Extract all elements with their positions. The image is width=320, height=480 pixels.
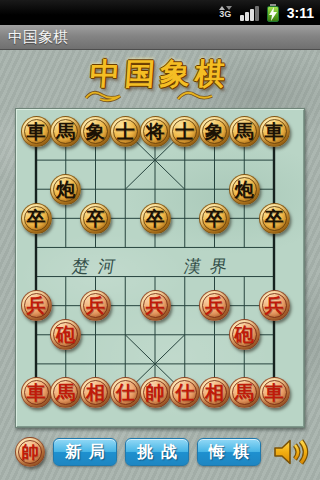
game-banner: 中国象棋 <box>0 54 320 102</box>
network-label: 3G <box>219 10 231 19</box>
piece-red-r6c2[interactable]: 兵 <box>80 290 111 321</box>
piece-glyph: 卒 <box>86 209 105 228</box>
xiangqi-board[interactable]: 楚河 漢界 車馬象士将士象馬車炮炮卒卒卒卒卒兵兵兵兵兵砲砲車馬相仕帥仕相馬車 <box>15 108 305 428</box>
piece-black-r0c3[interactable]: 士 <box>110 116 141 147</box>
challenge-button[interactable]: 挑战 <box>125 438 189 466</box>
piece-glyph: 兵 <box>265 296 284 315</box>
piece-glyph: 車 <box>27 383 46 402</box>
piece-glyph: 将 <box>146 122 165 141</box>
piece-red-r9c8[interactable]: 車 <box>259 377 290 408</box>
speaker-icon[interactable] <box>271 437 315 467</box>
piece-glyph: 帥 <box>146 383 165 402</box>
app-screen: 3G 3:11 中国象棋 中国象棋 楚河 漢界 車馬象士将士象馬車炮炮卒卒卒卒卒… <box>0 0 320 480</box>
piece-glyph: 象 <box>205 122 224 141</box>
piece-red-r9c4[interactable]: 帥 <box>140 377 171 408</box>
piece-black-r3c8[interactable]: 卒 <box>259 203 290 234</box>
new-game-label: 新局 <box>65 442 113 463</box>
piece-glyph: 炮 <box>56 180 75 199</box>
piece-glyph: 卒 <box>265 209 284 228</box>
piece-glyph: 卒 <box>146 209 165 228</box>
piece-glyph: 士 <box>175 122 194 141</box>
piece-glyph: 兵 <box>86 296 105 315</box>
piece-glyph: 馬 <box>235 383 254 402</box>
undo-label: 悔棋 <box>209 442 257 463</box>
piece-glyph: 士 <box>116 122 135 141</box>
piece-black-r3c6[interactable]: 卒 <box>199 203 230 234</box>
piece-red-r6c6[interactable]: 兵 <box>199 290 230 321</box>
piece-glyph: 馬 <box>235 122 254 141</box>
lightning-bolt-icon <box>268 7 278 21</box>
piece-red-r6c8[interactable]: 兵 <box>259 290 290 321</box>
piece-red-r6c4[interactable]: 兵 <box>140 290 171 321</box>
piece-glyph: 砲 <box>235 325 254 344</box>
signal-strength-icon <box>240 5 259 21</box>
piece-red-r7c7[interactable]: 砲 <box>229 319 260 350</box>
status-time: 3:11 <box>287 5 314 21</box>
piece-glyph: 卒 <box>27 209 46 228</box>
piece-glyph: 象 <box>86 122 105 141</box>
piece-black-r0c2[interactable]: 象 <box>80 116 111 147</box>
new-game-button[interactable]: 新局 <box>53 438 117 466</box>
piece-glyph: 兵 <box>27 296 46 315</box>
piece-black-r2c7[interactable]: 炮 <box>229 174 260 205</box>
app-title: 中国象棋 <box>8 28 68 47</box>
piece-red-r6c0[interactable]: 兵 <box>21 290 52 321</box>
undo-button[interactable]: 悔棋 <box>197 438 261 466</box>
piece-black-r0c7[interactable]: 馬 <box>229 116 260 147</box>
turn-indicator-glyph: 帥 <box>22 444 39 461</box>
piece-glyph: 仕 <box>175 383 194 402</box>
piece-black-r3c4[interactable]: 卒 <box>140 203 171 234</box>
status-bar: 3G 3:11 <box>0 0 320 25</box>
piece-black-r0c6[interactable]: 象 <box>199 116 230 147</box>
piece-glyph: 馬 <box>56 383 75 402</box>
piece-glyph: 炮 <box>235 180 254 199</box>
network-3g-icon: 3G <box>219 6 232 19</box>
piece-glyph: 仕 <box>116 383 135 402</box>
piece-black-r3c0[interactable]: 卒 <box>21 203 52 234</box>
piece-red-r9c0[interactable]: 車 <box>21 377 52 408</box>
piece-glyph: 車 <box>27 122 46 141</box>
banner-flourish <box>82 88 242 104</box>
piece-glyph: 車 <box>265 383 284 402</box>
piece-black-r0c0[interactable]: 車 <box>21 116 52 147</box>
piece-glyph: 兵 <box>205 296 224 315</box>
river-label-right: 漢界 <box>182 255 238 278</box>
piece-glyph: 馬 <box>56 122 75 141</box>
piece-glyph: 相 <box>205 383 224 402</box>
battery-charging-icon <box>267 4 279 22</box>
piece-black-r0c5[interactable]: 士 <box>169 116 200 147</box>
piece-black-r2c1[interactable]: 炮 <box>50 174 81 205</box>
piece-glyph: 砲 <box>56 325 75 344</box>
piece-black-r0c4[interactable]: 将 <box>140 116 171 147</box>
river-label-left: 楚河 <box>70 255 126 278</box>
piece-black-r0c1[interactable]: 馬 <box>50 116 81 147</box>
piece-glyph: 車 <box>265 122 284 141</box>
challenge-label: 挑战 <box>137 442 185 463</box>
turn-indicator-piece: 帥 <box>15 437 45 467</box>
piece-glyph: 卒 <box>205 209 224 228</box>
piece-glyph: 相 <box>86 383 105 402</box>
app-title-bar: 中国象棋 <box>0 25 320 50</box>
piece-black-r0c8[interactable]: 車 <box>259 116 290 147</box>
piece-black-r3c2[interactable]: 卒 <box>80 203 111 234</box>
piece-glyph: 兵 <box>146 296 165 315</box>
